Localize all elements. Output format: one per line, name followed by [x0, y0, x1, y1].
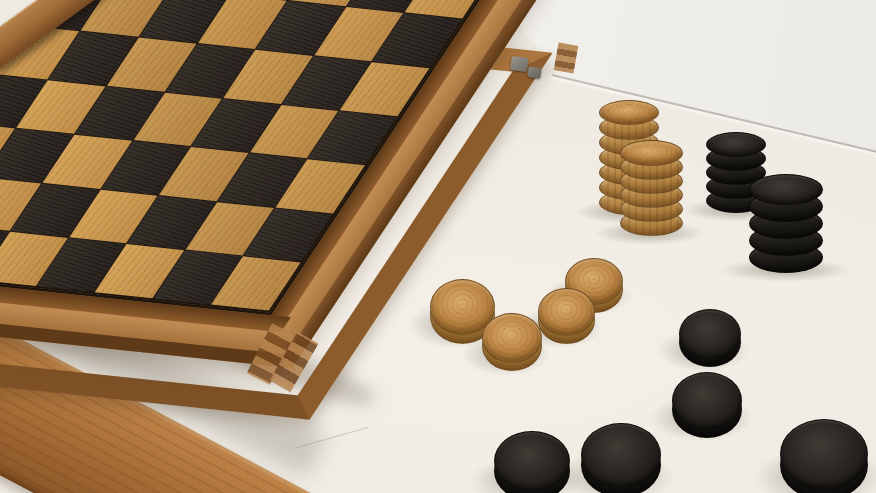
- dark-checker-piece: [494, 431, 570, 493]
- checker-piece-dark: [494, 431, 570, 491]
- dark-checker-stack: [749, 174, 823, 273]
- checker-piece-dark: [581, 423, 661, 487]
- checker-piece-dark: [706, 132, 766, 157]
- checker-piece-light: [482, 313, 542, 363]
- checker-piece-dark: [679, 309, 741, 359]
- hinge-plate: [510, 56, 529, 72]
- checker-piece-light: [538, 288, 595, 336]
- dark-checker-piece: [581, 423, 661, 493]
- photo-scene: [0, 0, 876, 493]
- dark-checker-piece: [672, 372, 742, 438]
- checker-piece-light: [599, 100, 659, 125]
- checker-piece-light: [620, 140, 683, 166]
- dark-checker-piece: [679, 309, 741, 367]
- light-checker-stack: [620, 140, 683, 236]
- light-checker-piece: [538, 288, 595, 344]
- checker-piece-dark: [672, 372, 742, 429]
- light-checker-piece: [482, 313, 542, 371]
- checker-piece-dark: [780, 419, 868, 489]
- dark-checker-piece: [780, 419, 868, 493]
- hinge-plate: [527, 66, 541, 79]
- checker-piece-dark: [749, 174, 823, 205]
